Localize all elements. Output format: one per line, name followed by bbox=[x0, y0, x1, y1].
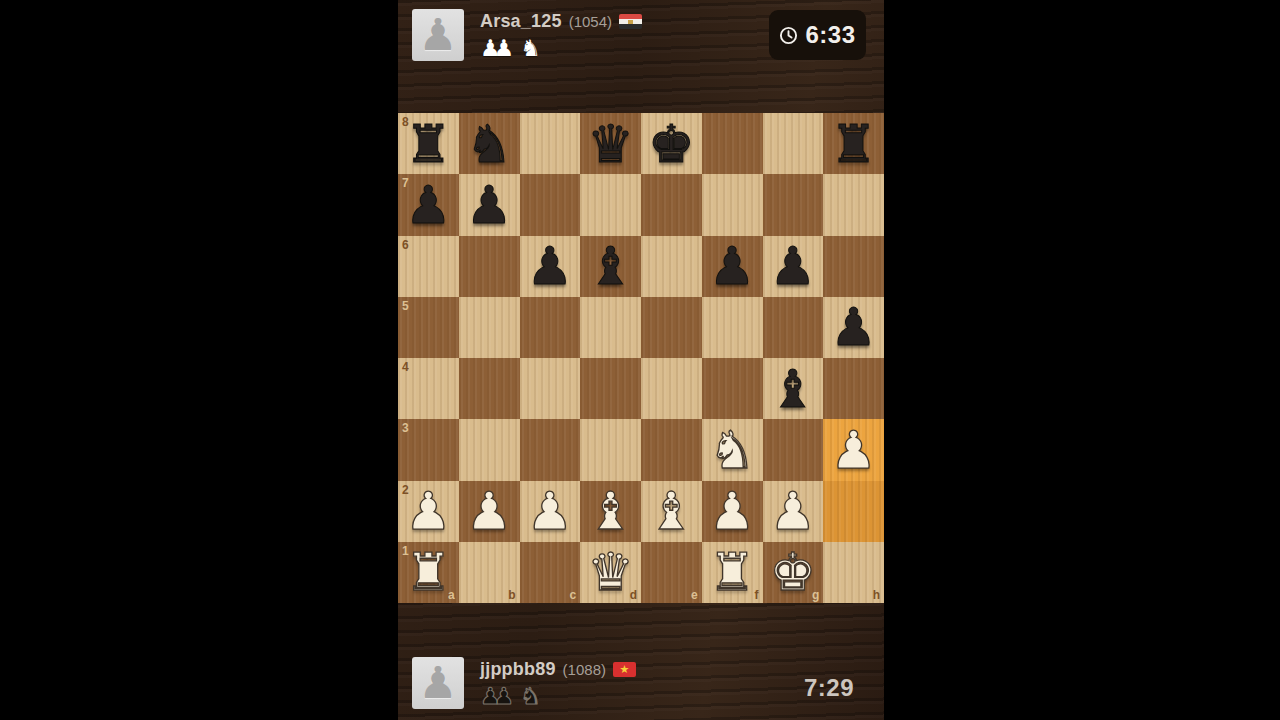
square-b3[interactable] bbox=[459, 419, 520, 480]
top-clock-time: 6:33 bbox=[805, 21, 855, 49]
square-b2[interactable]: ♟ bbox=[459, 481, 520, 542]
piece-white-queen: ♛ bbox=[587, 546, 634, 598]
top-player-avatar[interactable]: ♟ bbox=[412, 9, 464, 61]
bottom-player-avatar[interactable]: ♟ bbox=[412, 657, 464, 709]
square-g4[interactable]: ♝ bbox=[763, 358, 824, 419]
rank-label-4: 4 bbox=[402, 360, 409, 374]
square-b6[interactable] bbox=[459, 236, 520, 297]
square-d4[interactable] bbox=[580, 358, 641, 419]
square-h1[interactable]: h bbox=[823, 542, 884, 603]
square-g1[interactable]: g♚ bbox=[763, 542, 824, 603]
file-label-a: a bbox=[448, 588, 455, 602]
piece-black-pawn: ♟ bbox=[770, 240, 817, 292]
captured-pawns-icon: ♟♟ bbox=[480, 37, 507, 60]
top-player-name[interactable]: Arsa_125 bbox=[480, 11, 562, 32]
square-e2[interactable]: ♝ bbox=[641, 481, 702, 542]
square-f5[interactable] bbox=[702, 297, 763, 358]
piece-white-king: ♚ bbox=[770, 546, 817, 598]
piece-white-rook: ♜ bbox=[405, 546, 452, 598]
avatar-pawn-icon: ♟ bbox=[418, 13, 457, 57]
app-background: ♟ Arsa_125 (1054) ♟♟ ♞ 6:33 8♜♞♛♚♜7♟♟6♟♝… bbox=[0, 0, 1280, 720]
piece-black-pawn: ♟ bbox=[709, 240, 756, 292]
square-c5[interactable] bbox=[520, 297, 581, 358]
square-e6[interactable] bbox=[641, 236, 702, 297]
square-b7[interactable]: ♟ bbox=[459, 174, 520, 235]
rank-label-8: 8 bbox=[402, 115, 409, 129]
square-g3[interactable] bbox=[763, 419, 824, 480]
square-f7[interactable] bbox=[702, 174, 763, 235]
piece-white-pawn: ♟ bbox=[466, 485, 513, 537]
piece-black-bishop: ♝ bbox=[587, 240, 634, 292]
file-label-c: c bbox=[570, 588, 577, 602]
square-d2[interactable]: ♝ bbox=[580, 481, 641, 542]
square-b8[interactable]: ♞ bbox=[459, 113, 520, 174]
rank-label-5: 5 bbox=[402, 299, 409, 313]
captured-knight-icon: ♞ bbox=[520, 685, 541, 708]
bottom-player-captured-pieces: ♟♟ ♞ bbox=[480, 685, 541, 708]
square-h6[interactable] bbox=[823, 236, 884, 297]
file-label-e: e bbox=[691, 588, 698, 602]
square-g8[interactable] bbox=[763, 113, 824, 174]
square-b5[interactable] bbox=[459, 297, 520, 358]
piece-white-pawn: ♟ bbox=[830, 424, 877, 476]
piece-black-queen: ♛ bbox=[587, 118, 634, 170]
bottom-player-rating: (1088) bbox=[563, 661, 606, 678]
square-c3[interactable] bbox=[520, 419, 581, 480]
file-label-b: b bbox=[508, 588, 515, 602]
square-b4[interactable] bbox=[459, 358, 520, 419]
square-e7[interactable] bbox=[641, 174, 702, 235]
square-h7[interactable] bbox=[823, 174, 884, 235]
piece-white-pawn: ♟ bbox=[527, 485, 574, 537]
rank-label-2: 2 bbox=[402, 483, 409, 497]
bottom-player-clock: 7:29 bbox=[804, 674, 854, 702]
bottom-player-bar: ♟ jjppbb89 (1088) ♟♟ ♞ 7:29 bbox=[398, 648, 884, 718]
top-player-rating: (1054) bbox=[569, 13, 612, 30]
piece-black-pawn: ♟ bbox=[830, 301, 877, 353]
file-label-h: h bbox=[873, 588, 880, 602]
square-f1[interactable]: f♜ bbox=[702, 542, 763, 603]
square-e3[interactable] bbox=[641, 419, 702, 480]
file-label-f: f bbox=[755, 588, 759, 602]
piece-black-knight: ♞ bbox=[466, 118, 513, 170]
bottom-player-name[interactable]: jjppbb89 bbox=[480, 659, 556, 680]
square-e8[interactable]: ♚ bbox=[641, 113, 702, 174]
square-e4[interactable] bbox=[641, 358, 702, 419]
piece-white-bishop: ♝ bbox=[587, 485, 634, 537]
square-a4[interactable]: 4 bbox=[398, 358, 459, 419]
clock-icon bbox=[779, 26, 798, 45]
square-c1[interactable]: c bbox=[520, 542, 581, 603]
rank-label-3: 3 bbox=[402, 421, 409, 435]
square-c4[interactable] bbox=[520, 358, 581, 419]
square-h2[interactable] bbox=[823, 481, 884, 542]
square-f6[interactable]: ♟ bbox=[702, 236, 763, 297]
piece-black-pawn: ♟ bbox=[466, 179, 513, 231]
square-f8[interactable] bbox=[702, 113, 763, 174]
piece-white-pawn: ♟ bbox=[405, 485, 452, 537]
square-a1[interactable]: 1a♜ bbox=[398, 542, 459, 603]
vietnam-flag-icon bbox=[613, 662, 636, 677]
square-c2[interactable]: ♟ bbox=[520, 481, 581, 542]
piece-white-pawn: ♟ bbox=[709, 485, 756, 537]
square-c8[interactable] bbox=[520, 113, 581, 174]
piece-black-rook: ♜ bbox=[830, 118, 877, 170]
square-d6[interactable]: ♝ bbox=[580, 236, 641, 297]
square-d8[interactable]: ♛ bbox=[580, 113, 641, 174]
egypt-flag-icon bbox=[619, 14, 642, 29]
piece-black-king: ♚ bbox=[648, 118, 695, 170]
square-a8[interactable]: 8♜ bbox=[398, 113, 459, 174]
file-label-d: d bbox=[630, 588, 637, 602]
piece-white-rook: ♜ bbox=[709, 546, 756, 598]
square-d1[interactable]: d♛ bbox=[580, 542, 641, 603]
square-h8[interactable]: ♜ bbox=[823, 113, 884, 174]
rank-label-7: 7 bbox=[402, 176, 409, 190]
square-g7[interactable] bbox=[763, 174, 824, 235]
square-f3[interactable]: ♞ bbox=[702, 419, 763, 480]
square-a3[interactable]: 3 bbox=[398, 419, 459, 480]
square-d7[interactable] bbox=[580, 174, 641, 235]
square-a5[interactable]: 5 bbox=[398, 297, 459, 358]
game-screen: ♟ Arsa_125 (1054) ♟♟ ♞ 6:33 8♜♞♛♚♜7♟♟6♟♝… bbox=[398, 0, 884, 720]
captured-pawns-icon: ♟♟ bbox=[480, 685, 507, 708]
chess-board: 8♜♞♛♚♜7♟♟6♟♝♟♟5♟4♝3♞♟2♟♟♟♝♝♟♟1a♜bcd♛ef♜g… bbox=[398, 113, 884, 603]
square-a2[interactable]: 2♟ bbox=[398, 481, 459, 542]
square-f4[interactable] bbox=[702, 358, 763, 419]
square-a7[interactable]: 7♟ bbox=[398, 174, 459, 235]
piece-white-bishop: ♝ bbox=[648, 485, 695, 537]
piece-black-rook: ♜ bbox=[405, 118, 452, 170]
avatar-pawn-icon: ♟ bbox=[418, 661, 457, 705]
square-c6[interactable]: ♟ bbox=[520, 236, 581, 297]
square-b1[interactable]: b bbox=[459, 542, 520, 603]
captured-knight-icon: ♞ bbox=[520, 37, 541, 60]
rank-label-6: 6 bbox=[402, 238, 409, 252]
top-player-clock: 6:33 bbox=[769, 10, 866, 60]
top-player-captured-pieces: ♟♟ ♞ bbox=[480, 37, 541, 60]
square-g5[interactable] bbox=[763, 297, 824, 358]
square-c7[interactable] bbox=[520, 174, 581, 235]
square-a6[interactable]: 6 bbox=[398, 236, 459, 297]
piece-black-pawn: ♟ bbox=[527, 240, 574, 292]
square-f2[interactable]: ♟ bbox=[702, 481, 763, 542]
piece-white-knight: ♞ bbox=[709, 424, 756, 476]
square-h4[interactable] bbox=[823, 358, 884, 419]
file-label-g: g bbox=[812, 588, 819, 602]
square-g6[interactable]: ♟ bbox=[763, 236, 824, 297]
rank-label-1: 1 bbox=[402, 544, 409, 558]
square-d5[interactable] bbox=[580, 297, 641, 358]
square-d3[interactable] bbox=[580, 419, 641, 480]
square-e5[interactable] bbox=[641, 297, 702, 358]
top-player-bar: ♟ Arsa_125 (1054) ♟♟ ♞ 6:33 bbox=[398, 0, 884, 70]
square-h5[interactable]: ♟ bbox=[823, 297, 884, 358]
piece-white-pawn: ♟ bbox=[770, 485, 817, 537]
square-e1[interactable]: e bbox=[641, 542, 702, 603]
square-g2[interactable]: ♟ bbox=[763, 481, 824, 542]
square-h3[interactable]: ♟ bbox=[823, 419, 884, 480]
piece-black-pawn: ♟ bbox=[405, 179, 452, 231]
piece-black-bishop: ♝ bbox=[770, 363, 817, 415]
